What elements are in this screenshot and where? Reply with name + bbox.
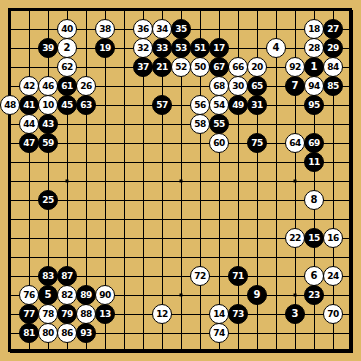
stone-75: 75 bbox=[247, 133, 267, 153]
move-number: 43 bbox=[39, 115, 57, 133]
stone-13: 13 bbox=[95, 304, 115, 324]
move-number: 35 bbox=[172, 20, 190, 38]
move-number: 73 bbox=[229, 305, 247, 323]
stone-68: 68 bbox=[209, 76, 229, 96]
stone-45: 45 bbox=[57, 95, 77, 115]
stone-9: 9 bbox=[247, 285, 267, 305]
stone-80: 80 bbox=[38, 323, 58, 343]
stone-78: 78 bbox=[38, 304, 58, 324]
move-number: 47 bbox=[20, 134, 38, 152]
stone-16: 16 bbox=[323, 228, 343, 248]
stone-10: 10 bbox=[38, 95, 58, 115]
move-number: 77 bbox=[20, 305, 38, 323]
move-number: 34 bbox=[153, 20, 171, 38]
stone-83: 83 bbox=[38, 266, 58, 286]
move-number: 38 bbox=[96, 20, 114, 38]
move-number: 72 bbox=[191, 267, 209, 285]
move-number: 52 bbox=[172, 58, 190, 76]
stone-46: 46 bbox=[38, 76, 58, 96]
move-number: 5 bbox=[39, 286, 57, 304]
stone-24: 24 bbox=[323, 266, 343, 286]
stone-87: 87 bbox=[57, 266, 77, 286]
move-number: 19 bbox=[96, 39, 114, 57]
star-point bbox=[294, 180, 297, 183]
stone-38: 38 bbox=[95, 19, 115, 39]
move-number: 40 bbox=[58, 20, 76, 38]
move-number: 64 bbox=[286, 134, 304, 152]
move-number: 70 bbox=[324, 305, 342, 323]
stone-61: 61 bbox=[57, 76, 77, 96]
stone-20: 20 bbox=[247, 57, 267, 77]
stone-62: 62 bbox=[57, 57, 77, 77]
stone-92: 92 bbox=[285, 57, 305, 77]
stone-42: 42 bbox=[19, 76, 39, 96]
move-number: 10 bbox=[39, 96, 57, 114]
move-number: 27 bbox=[324, 20, 342, 38]
stone-1: 1 bbox=[304, 57, 324, 77]
stone-36: 36 bbox=[133, 19, 153, 39]
move-number: 83 bbox=[39, 267, 57, 285]
stone-89: 89 bbox=[76, 285, 96, 305]
stone-12: 12 bbox=[152, 304, 172, 324]
stone-37: 37 bbox=[133, 57, 153, 77]
move-number: 58 bbox=[191, 115, 209, 133]
stone-43: 43 bbox=[38, 114, 58, 134]
move-number: 6 bbox=[305, 267, 323, 285]
move-number: 13 bbox=[96, 305, 114, 323]
move-number: 50 bbox=[191, 58, 209, 76]
stone-14: 14 bbox=[209, 304, 229, 324]
move-number: 44 bbox=[20, 115, 38, 133]
move-number: 11 bbox=[305, 153, 323, 171]
stone-49: 49 bbox=[228, 95, 248, 115]
stone-88: 88 bbox=[76, 304, 96, 324]
move-number: 36 bbox=[134, 20, 152, 38]
move-number: 61 bbox=[58, 77, 76, 95]
stone-52: 52 bbox=[171, 57, 191, 77]
move-number: 17 bbox=[210, 39, 228, 57]
move-number: 32 bbox=[134, 39, 152, 57]
stone-2: 2 bbox=[57, 38, 77, 58]
move-number: 33 bbox=[153, 39, 171, 57]
stone-30: 30 bbox=[228, 76, 248, 96]
stone-71: 71 bbox=[228, 266, 248, 286]
stone-21: 21 bbox=[152, 57, 172, 77]
stone-32: 32 bbox=[133, 38, 153, 58]
star-point bbox=[180, 180, 183, 183]
move-number: 59 bbox=[39, 134, 57, 152]
move-number: 14 bbox=[210, 305, 228, 323]
stone-60: 60 bbox=[209, 133, 229, 153]
stone-67: 67 bbox=[209, 57, 229, 77]
stone-31: 31 bbox=[247, 95, 267, 115]
stone-77: 77 bbox=[19, 304, 39, 324]
move-number: 55 bbox=[210, 115, 228, 133]
move-number: 53 bbox=[172, 39, 190, 57]
move-number: 28 bbox=[305, 39, 323, 57]
stone-85: 85 bbox=[323, 76, 343, 96]
move-number: 18 bbox=[305, 20, 323, 38]
stone-70: 70 bbox=[323, 304, 343, 324]
stone-58: 58 bbox=[190, 114, 210, 134]
star-point bbox=[66, 180, 69, 183]
move-number: 46 bbox=[39, 77, 57, 95]
stone-18: 18 bbox=[304, 19, 324, 39]
move-number: 25 bbox=[39, 191, 57, 209]
stone-57: 57 bbox=[152, 95, 172, 115]
stone-84: 84 bbox=[323, 57, 343, 77]
stone-6: 6 bbox=[304, 266, 324, 286]
stone-33: 33 bbox=[152, 38, 172, 58]
move-number: 45 bbox=[58, 96, 76, 114]
stone-65: 65 bbox=[247, 76, 267, 96]
move-number: 74 bbox=[210, 324, 228, 342]
stone-94: 94 bbox=[304, 76, 324, 96]
stone-56: 56 bbox=[190, 95, 210, 115]
stone-40: 40 bbox=[57, 19, 77, 39]
stone-35: 35 bbox=[171, 19, 191, 39]
move-number: 37 bbox=[134, 58, 152, 76]
move-number: 42 bbox=[20, 77, 38, 95]
stone-95: 95 bbox=[304, 95, 324, 115]
move-number: 48 bbox=[1, 96, 19, 114]
stone-86: 86 bbox=[57, 323, 77, 343]
move-number: 69 bbox=[305, 134, 323, 152]
stone-17: 17 bbox=[209, 38, 229, 58]
stone-39: 39 bbox=[38, 38, 58, 58]
move-number: 54 bbox=[210, 96, 228, 114]
move-number: 81 bbox=[20, 324, 38, 342]
stone-7: 7 bbox=[285, 76, 305, 96]
move-number: 88 bbox=[77, 305, 95, 323]
move-number: 66 bbox=[229, 58, 247, 76]
move-number: 95 bbox=[305, 96, 323, 114]
stone-72: 72 bbox=[190, 266, 210, 286]
stone-50: 50 bbox=[190, 57, 210, 77]
move-number: 30 bbox=[229, 77, 247, 95]
move-number: 84 bbox=[324, 58, 342, 76]
move-number: 87 bbox=[58, 267, 76, 285]
move-number: 67 bbox=[210, 58, 228, 76]
move-number: 29 bbox=[324, 39, 342, 57]
move-number: 9 bbox=[248, 286, 266, 304]
move-number: 49 bbox=[229, 96, 247, 114]
move-number: 16 bbox=[324, 229, 342, 247]
go-board: 1234567891011121314151617181920212223242… bbox=[0, 0, 361, 361]
stone-51: 51 bbox=[190, 38, 210, 58]
stone-93: 93 bbox=[76, 323, 96, 343]
stone-81: 81 bbox=[19, 323, 39, 343]
stone-11: 11 bbox=[304, 152, 324, 172]
stone-5: 5 bbox=[38, 285, 58, 305]
stone-4: 4 bbox=[266, 38, 286, 58]
move-number: 62 bbox=[58, 58, 76, 76]
stone-73: 73 bbox=[228, 304, 248, 324]
move-number: 24 bbox=[324, 267, 342, 285]
stone-27: 27 bbox=[323, 19, 343, 39]
stone-69: 69 bbox=[304, 133, 324, 153]
move-number: 15 bbox=[305, 229, 323, 247]
move-number: 94 bbox=[305, 77, 323, 95]
move-number: 21 bbox=[153, 58, 171, 76]
stone-26: 26 bbox=[76, 76, 96, 96]
stone-54: 54 bbox=[209, 95, 229, 115]
star-point bbox=[180, 294, 183, 297]
stone-8: 8 bbox=[304, 190, 324, 210]
move-number: 56 bbox=[191, 96, 209, 114]
move-number: 78 bbox=[39, 305, 57, 323]
stone-59: 59 bbox=[38, 133, 58, 153]
move-number: 82 bbox=[58, 286, 76, 304]
stone-53: 53 bbox=[171, 38, 191, 58]
stone-28: 28 bbox=[304, 38, 324, 58]
stone-79: 79 bbox=[57, 304, 77, 324]
stone-55: 55 bbox=[209, 114, 229, 134]
move-number: 86 bbox=[58, 324, 76, 342]
move-number: 85 bbox=[324, 77, 342, 95]
move-number: 4 bbox=[267, 39, 285, 57]
move-number: 2 bbox=[58, 39, 76, 57]
stone-23: 23 bbox=[304, 285, 324, 305]
move-number: 89 bbox=[77, 286, 95, 304]
stone-90: 90 bbox=[95, 285, 115, 305]
move-number: 79 bbox=[58, 305, 76, 323]
stone-64: 64 bbox=[285, 133, 305, 153]
stone-66: 66 bbox=[228, 57, 248, 77]
move-number: 93 bbox=[77, 324, 95, 342]
stone-82: 82 bbox=[57, 285, 77, 305]
move-number: 71 bbox=[229, 267, 247, 285]
move-number: 12 bbox=[153, 305, 171, 323]
move-number: 23 bbox=[305, 286, 323, 304]
move-number: 20 bbox=[248, 58, 266, 76]
move-number: 57 bbox=[153, 96, 171, 114]
move-number: 7 bbox=[286, 77, 304, 95]
stone-15: 15 bbox=[304, 228, 324, 248]
move-number: 3 bbox=[286, 305, 304, 323]
move-number: 51 bbox=[191, 39, 209, 57]
stone-74: 74 bbox=[209, 323, 229, 343]
move-number: 26 bbox=[77, 77, 95, 95]
move-number: 68 bbox=[210, 77, 228, 95]
move-number: 31 bbox=[248, 96, 266, 114]
move-number: 75 bbox=[248, 134, 266, 152]
move-number: 8 bbox=[305, 191, 323, 209]
move-number: 63 bbox=[77, 96, 95, 114]
stone-29: 29 bbox=[323, 38, 343, 58]
stone-34: 34 bbox=[152, 19, 172, 39]
move-number: 1 bbox=[305, 58, 323, 76]
stone-48: 48 bbox=[0, 95, 20, 115]
stone-41: 41 bbox=[19, 95, 39, 115]
stone-3: 3 bbox=[285, 304, 305, 324]
move-number: 39 bbox=[39, 39, 57, 57]
move-number: 65 bbox=[248, 77, 266, 95]
stone-44: 44 bbox=[19, 114, 39, 134]
stone-76: 76 bbox=[19, 285, 39, 305]
stone-22: 22 bbox=[285, 228, 305, 248]
move-number: 22 bbox=[286, 229, 304, 247]
move-number: 92 bbox=[286, 58, 304, 76]
stone-47: 47 bbox=[19, 133, 39, 153]
move-number: 76 bbox=[20, 286, 38, 304]
star-point bbox=[294, 294, 297, 297]
move-number: 60 bbox=[210, 134, 228, 152]
move-number: 90 bbox=[96, 286, 114, 304]
stone-19: 19 bbox=[95, 38, 115, 58]
move-number: 80 bbox=[39, 324, 57, 342]
stone-63: 63 bbox=[76, 95, 96, 115]
move-number: 41 bbox=[20, 96, 38, 114]
stone-25: 25 bbox=[38, 190, 58, 210]
